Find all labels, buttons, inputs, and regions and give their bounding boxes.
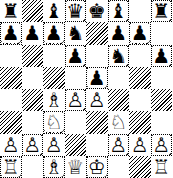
square-b3[interactable] bbox=[22, 111, 44, 133]
square-h3[interactable] bbox=[151, 111, 173, 133]
piece-white-pawn[interactable]: ♙ bbox=[108, 135, 128, 155]
square-b1[interactable] bbox=[22, 156, 44, 178]
square-d7[interactable]: ♞ bbox=[65, 22, 87, 44]
square-g6[interactable] bbox=[129, 45, 151, 67]
piece-black-bishop[interactable]: ♝ bbox=[45, 1, 63, 21]
square-d1[interactable]: ♕ bbox=[65, 156, 87, 178]
square-f1[interactable] bbox=[108, 156, 130, 178]
square-c3[interactable]: ♘ bbox=[43, 111, 65, 133]
square-c1[interactable]: ♗ bbox=[43, 156, 65, 178]
square-b5[interactable] bbox=[22, 67, 44, 89]
piece-white-knight[interactable]: ♘ bbox=[44, 112, 64, 132]
square-h8[interactable]: ♜ bbox=[151, 0, 173, 22]
piece-white-pawn[interactable]: ♙ bbox=[2, 135, 20, 155]
square-f8[interactable]: ♝ bbox=[108, 0, 130, 22]
square-h4[interactable] bbox=[151, 89, 173, 111]
square-e7[interactable] bbox=[86, 22, 108, 44]
square-g8[interactable] bbox=[129, 0, 151, 22]
piece-white-pawn[interactable]: ♙ bbox=[88, 90, 106, 110]
chess-board: ♜♝♛♚♝♜♟♟♟♞♟♟♟♞♟♟♗♙♙♘♘♙♙♙♙♙♙♖♗♕♔♖ bbox=[0, 0, 172, 178]
piece-black-queen[interactable]: ♛ bbox=[65, 1, 85, 21]
piece-black-knight[interactable]: ♞ bbox=[66, 23, 84, 43]
square-h2[interactable]: ♙ bbox=[151, 134, 173, 156]
square-a3[interactable] bbox=[0, 111, 22, 133]
square-e4[interactable]: ♙ bbox=[86, 89, 108, 111]
square-d5[interactable] bbox=[65, 67, 87, 89]
square-b4[interactable] bbox=[22, 89, 44, 111]
piece-black-pawn[interactable]: ♟ bbox=[1, 23, 21, 43]
square-c4[interactable]: ♗ bbox=[43, 89, 65, 111]
square-g3[interactable] bbox=[129, 111, 151, 133]
square-b8[interactable] bbox=[22, 0, 44, 22]
piece-white-pawn[interactable]: ♙ bbox=[65, 90, 85, 110]
square-d8[interactable]: ♛ bbox=[65, 0, 87, 22]
square-e1[interactable]: ♔ bbox=[86, 156, 108, 178]
square-e2[interactable] bbox=[86, 134, 108, 156]
square-d3[interactable] bbox=[65, 111, 87, 133]
square-a7[interactable]: ♟ bbox=[0, 22, 22, 44]
piece-white-queen[interactable]: ♕ bbox=[66, 157, 84, 177]
square-f7[interactable]: ♟ bbox=[108, 22, 130, 44]
square-e5[interactable]: ♟ bbox=[86, 67, 108, 89]
piece-black-pawn[interactable]: ♟ bbox=[65, 46, 85, 66]
piece-black-pawn[interactable]: ♟ bbox=[109, 23, 127, 43]
piece-white-pawn[interactable]: ♙ bbox=[131, 135, 149, 155]
square-a2[interactable]: ♙ bbox=[0, 134, 22, 156]
piece-black-pawn[interactable]: ♟ bbox=[87, 68, 107, 88]
square-c5[interactable] bbox=[43, 67, 65, 89]
square-a5[interactable] bbox=[0, 67, 22, 89]
piece-black-rook[interactable]: ♜ bbox=[151, 1, 171, 21]
square-a8[interactable]: ♜ bbox=[0, 0, 22, 22]
square-b2[interactable]: ♙ bbox=[22, 134, 44, 156]
square-g7[interactable]: ♟ bbox=[129, 22, 151, 44]
square-h5[interactable] bbox=[151, 67, 173, 89]
piece-white-bishop[interactable]: ♗ bbox=[45, 90, 63, 110]
square-d6[interactable]: ♟ bbox=[65, 45, 87, 67]
piece-white-knight[interactable]: ♘ bbox=[109, 112, 127, 132]
square-a1[interactable]: ♖ bbox=[0, 156, 22, 178]
square-g5[interactable] bbox=[129, 67, 151, 89]
square-h1[interactable]: ♖ bbox=[151, 156, 173, 178]
square-b7[interactable]: ♟ bbox=[22, 22, 44, 44]
square-h6[interactable]: ♟ bbox=[151, 45, 173, 67]
square-g4[interactable] bbox=[129, 89, 151, 111]
piece-white-bishop[interactable]: ♗ bbox=[44, 157, 64, 177]
square-f4[interactable] bbox=[108, 89, 130, 111]
square-d2[interactable] bbox=[65, 134, 87, 156]
piece-black-bishop[interactable]: ♝ bbox=[108, 1, 128, 21]
piece-white-rook[interactable]: ♖ bbox=[1, 157, 21, 177]
square-c8[interactable]: ♝ bbox=[43, 0, 65, 22]
square-f6[interactable]: ♞ bbox=[108, 45, 130, 67]
square-f5[interactable] bbox=[108, 67, 130, 89]
square-c7[interactable]: ♟ bbox=[43, 22, 65, 44]
piece-white-pawn[interactable]: ♙ bbox=[45, 135, 63, 155]
piece-white-pawn[interactable]: ♙ bbox=[22, 135, 42, 155]
square-b6[interactable] bbox=[22, 45, 44, 67]
square-e3[interactable] bbox=[86, 111, 108, 133]
square-e8[interactable]: ♚ bbox=[86, 0, 108, 22]
piece-black-knight[interactable]: ♞ bbox=[108, 46, 128, 66]
piece-white-king[interactable]: ♔ bbox=[87, 157, 107, 177]
square-f3[interactable]: ♘ bbox=[108, 111, 130, 133]
square-d4[interactable]: ♙ bbox=[65, 89, 87, 111]
piece-black-pawn[interactable]: ♟ bbox=[130, 23, 150, 43]
square-a6[interactable] bbox=[0, 45, 22, 67]
square-a4[interactable] bbox=[0, 89, 22, 111]
piece-white-pawn[interactable]: ♙ bbox=[151, 135, 171, 155]
square-g1[interactable] bbox=[129, 156, 151, 178]
piece-black-pawn[interactable]: ♟ bbox=[151, 46, 171, 66]
square-c2[interactable]: ♙ bbox=[43, 134, 65, 156]
square-h7[interactable] bbox=[151, 22, 173, 44]
square-f2[interactable]: ♙ bbox=[108, 134, 130, 156]
piece-white-rook[interactable]: ♖ bbox=[152, 157, 170, 177]
square-c6[interactable] bbox=[43, 45, 65, 67]
piece-black-pawn[interactable]: ♟ bbox=[44, 23, 64, 43]
piece-black-rook[interactable]: ♜ bbox=[2, 1, 20, 21]
piece-black-king[interactable]: ♚ bbox=[88, 1, 106, 21]
square-g2[interactable]: ♙ bbox=[129, 134, 151, 156]
piece-black-pawn[interactable]: ♟ bbox=[23, 23, 41, 43]
square-e6[interactable] bbox=[86, 45, 108, 67]
